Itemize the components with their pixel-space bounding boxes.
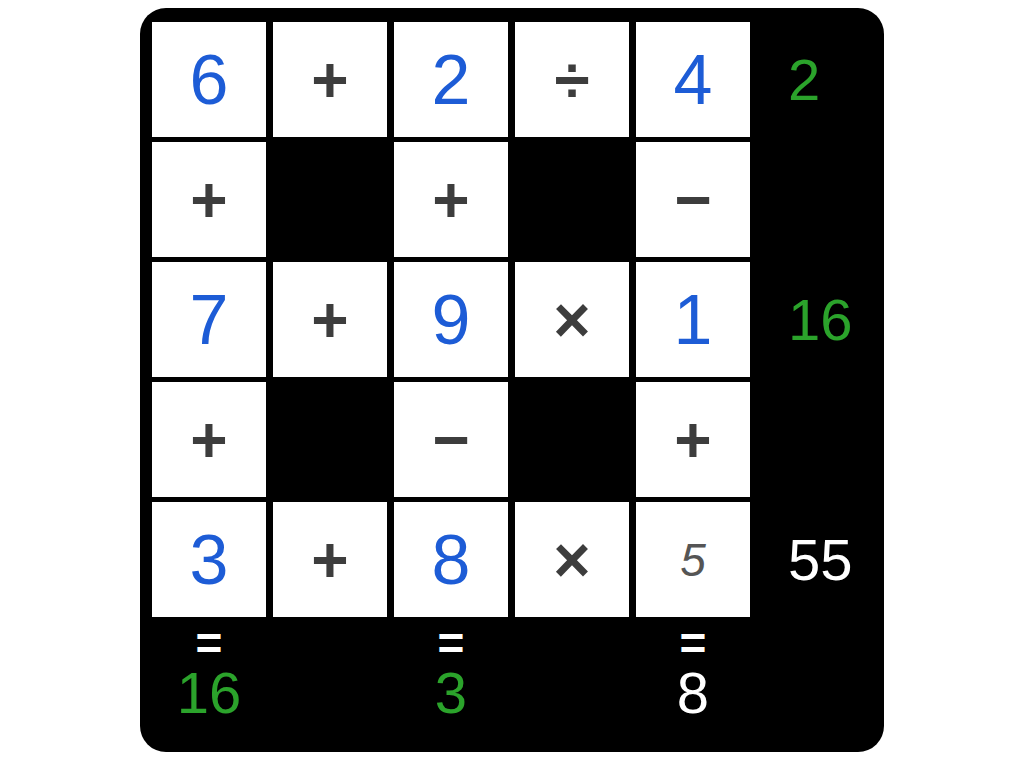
blocked-cell-r4c2: [273, 382, 387, 497]
operator-cell-r1c2: +: [273, 22, 387, 137]
plus-operator: +: [190, 168, 227, 232]
plus-operator: +: [311, 48, 348, 112]
divide-operator: ÷: [554, 48, 589, 112]
col-result-3: = 3: [394, 622, 508, 722]
puzzle-grid: 6 + 2 ÷ 4 + + − 7 + 9 × 1 + − + 3 +: [152, 22, 750, 617]
cell-value: 1: [674, 285, 713, 355]
plus-operator: +: [190, 408, 227, 472]
given-cell-r3c1: 7: [152, 262, 266, 377]
blocked-cell-r2c4: [515, 142, 629, 257]
row-result-5: 55: [788, 502, 884, 617]
row-result-1: 2: [788, 22, 884, 137]
operator-cell-r3c2: +: [273, 262, 387, 377]
operator-cell-r3c4: ×: [515, 262, 629, 377]
plus-operator: +: [311, 288, 348, 352]
given-cell-r1c1: 6: [152, 22, 266, 137]
cell-value: 2: [432, 45, 471, 115]
plus-operator: +: [432, 168, 469, 232]
given-cell-r1c3: 2: [394, 22, 508, 137]
operator-cell-r2c3: +: [394, 142, 508, 257]
cell-value: 9: [432, 285, 471, 355]
cell-value: 7: [190, 285, 229, 355]
plus-operator: +: [311, 528, 348, 592]
operator-cell-r5c4: ×: [515, 502, 629, 617]
operator-cell-r4c3: −: [394, 382, 508, 497]
blocked-cell-r4c4: [515, 382, 629, 497]
cell-value: 3: [190, 525, 229, 595]
equals-sign: =: [636, 622, 750, 664]
operator-cell-r2c5: −: [636, 142, 750, 257]
minus-operator: −: [674, 168, 711, 232]
page: 6 + 2 ÷ 4 + + − 7 + 9 × 1 + − + 3 +: [0, 0, 1024, 768]
row-result-3: 16: [788, 262, 884, 377]
multiply-operator: ×: [553, 528, 590, 592]
blocked-cell-r2c2: [273, 142, 387, 257]
user-entry-value: 5: [680, 537, 706, 583]
given-cell-r5c3: 8: [394, 502, 508, 617]
col-result-5: = 8: [636, 622, 750, 722]
minus-operator: −: [432, 408, 469, 472]
equals-sign: =: [152, 622, 266, 664]
cell-value: 4: [674, 45, 713, 115]
equals-sign: =: [394, 622, 508, 664]
given-cell-r3c3: 9: [394, 262, 508, 377]
operator-cell-r5c2: +: [273, 502, 387, 617]
col-result-value: 16: [152, 664, 266, 722]
puzzle-board: 6 + 2 ÷ 4 + + − 7 + 9 × 1 + − + 3 +: [140, 8, 884, 752]
operator-cell-r1c4: ÷: [515, 22, 629, 137]
plus-operator: +: [674, 408, 711, 472]
multiply-operator: ×: [553, 288, 590, 352]
col-result-1: = 16: [152, 622, 266, 722]
given-cell-r3c5: 1: [636, 262, 750, 377]
row-results-column: 2 16 55: [788, 22, 884, 617]
cell-value: 8: [432, 525, 471, 595]
col-result-value: 3: [394, 664, 508, 722]
entry-cell-r5c5[interactable]: 5: [636, 502, 750, 617]
operator-cell-r2c1: +: [152, 142, 266, 257]
given-cell-r1c5: 4: [636, 22, 750, 137]
operator-cell-r4c1: +: [152, 382, 266, 497]
operator-cell-r4c5: +: [636, 382, 750, 497]
cell-value: 6: [190, 45, 229, 115]
col-result-value: 8: [636, 664, 750, 722]
given-cell-r5c1: 3: [152, 502, 266, 617]
